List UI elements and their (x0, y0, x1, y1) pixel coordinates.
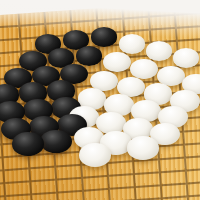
white-stone[interactable] (127, 136, 158, 159)
white-stone[interactable] (79, 143, 111, 166)
white-stone[interactable] (146, 41, 173, 61)
black-stone[interactable] (91, 27, 117, 46)
black-stone[interactable] (40, 130, 71, 153)
stones-layer (0, 0, 200, 200)
black-stone[interactable] (76, 46, 103, 66)
black-stone[interactable] (12, 132, 43, 155)
white-stone[interactable] (130, 59, 157, 79)
go-photo-scene (0, 0, 200, 200)
white-stone[interactable] (119, 34, 145, 53)
white-stone[interactable] (173, 48, 200, 68)
white-stone[interactable] (103, 52, 130, 72)
